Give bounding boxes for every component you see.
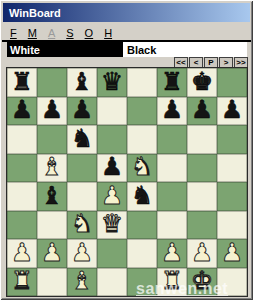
square-f4[interactable] bbox=[157, 182, 187, 211]
black-pawn[interactable]: ♟ bbox=[221, 97, 243, 122]
square-b8[interactable] bbox=[37, 68, 67, 97]
square-b7[interactable]: ♟ bbox=[37, 97, 67, 126]
black-queen[interactable]: ♛ bbox=[101, 69, 123, 94]
black-pawn[interactable]: ♟ bbox=[101, 154, 123, 179]
square-h2[interactable]: ♟ bbox=[217, 239, 247, 268]
square-g7[interactable]: ♟ bbox=[187, 97, 217, 126]
square-c2[interactable]: ♟ bbox=[67, 239, 97, 268]
square-b6[interactable] bbox=[37, 125, 67, 154]
menu-item-a[interactable]: A bbox=[48, 27, 55, 39]
square-f8[interactable]: ♜ bbox=[157, 68, 187, 97]
black-rook[interactable]: ♜ bbox=[11, 69, 33, 94]
square-f2[interactable]: ♟ bbox=[157, 239, 187, 268]
white-bishop[interactable]: ♝ bbox=[41, 154, 63, 179]
square-a4[interactable] bbox=[7, 182, 37, 211]
black-king[interactable]: ♚ bbox=[191, 69, 213, 94]
white-knight[interactable]: ♞ bbox=[131, 154, 153, 179]
square-b3[interactable] bbox=[37, 211, 67, 240]
white-bishop[interactable]: ♝ bbox=[71, 268, 93, 293]
white-pawn[interactable]: ♟ bbox=[101, 183, 123, 208]
white-clock-label: White bbox=[10, 44, 40, 56]
square-g8[interactable]: ♚ bbox=[187, 68, 217, 97]
square-e4[interactable]: ♞ bbox=[127, 182, 157, 211]
square-e5[interactable]: ♞ bbox=[127, 154, 157, 183]
square-h8[interactable] bbox=[217, 68, 247, 97]
square-d5[interactable]: ♟ bbox=[97, 154, 127, 183]
square-a8[interactable]: ♜ bbox=[7, 68, 37, 97]
white-pawn[interactable]: ♟ bbox=[11, 240, 33, 265]
square-h3[interactable] bbox=[217, 211, 247, 240]
black-knight[interactable]: ♞ bbox=[131, 183, 153, 208]
white-pawn[interactable]: ♟ bbox=[41, 240, 63, 265]
square-g1[interactable]: ♚ bbox=[187, 268, 217, 297]
square-b4[interactable]: ♝ bbox=[37, 182, 67, 211]
black-knight[interactable]: ♞ bbox=[71, 126, 93, 151]
square-h5[interactable] bbox=[217, 154, 247, 183]
square-f1[interactable]: ♜ bbox=[157, 268, 187, 297]
menu-bar: FMASOH bbox=[10, 25, 123, 40]
white-rook[interactable]: ♜ bbox=[161, 268, 183, 293]
square-b2[interactable]: ♟ bbox=[37, 239, 67, 268]
square-c6[interactable]: ♞ bbox=[67, 125, 97, 154]
square-e7[interactable] bbox=[127, 97, 157, 126]
white-clock[interactable]: White bbox=[7, 42, 123, 57]
square-e6[interactable] bbox=[127, 125, 157, 154]
square-g2[interactable]: ♟ bbox=[187, 239, 217, 268]
white-pawn[interactable]: ♟ bbox=[191, 240, 213, 265]
white-pawn[interactable]: ♟ bbox=[161, 240, 183, 265]
square-e2[interactable] bbox=[127, 239, 157, 268]
square-d2[interactable] bbox=[97, 239, 127, 268]
clock-strip: White Black bbox=[7, 42, 247, 57]
square-f3[interactable] bbox=[157, 211, 187, 240]
black-bishop[interactable]: ♝ bbox=[41, 183, 63, 208]
square-a6[interactable] bbox=[7, 125, 37, 154]
menu-item-h[interactable]: H bbox=[104, 27, 112, 39]
square-c3[interactable]: ♞ bbox=[67, 211, 97, 240]
square-e3[interactable] bbox=[127, 211, 157, 240]
white-pawn[interactable]: ♟ bbox=[221, 240, 243, 265]
black-pawn[interactable]: ♟ bbox=[191, 97, 213, 122]
square-c5[interactable] bbox=[67, 154, 97, 183]
winboard-window: WinBoard FMASOH White Black <<<P>>> ♜♝♛♜… bbox=[0, 0, 253, 300]
square-f6[interactable] bbox=[157, 125, 187, 154]
black-pawn[interactable]: ♟ bbox=[161, 97, 183, 122]
square-g3[interactable] bbox=[187, 211, 217, 240]
square-e8[interactable] bbox=[127, 68, 157, 97]
square-g4[interactable] bbox=[187, 182, 217, 211]
square-b5[interactable]: ♝ bbox=[37, 154, 67, 183]
square-a3[interactable] bbox=[7, 211, 37, 240]
square-f7[interactable]: ♟ bbox=[157, 97, 187, 126]
square-c1[interactable]: ♝ bbox=[67, 268, 97, 297]
black-bishop[interactable]: ♝ bbox=[71, 69, 93, 94]
square-a7[interactable]: ♟ bbox=[7, 97, 37, 126]
square-h4[interactable] bbox=[217, 182, 247, 211]
square-c7[interactable]: ♟ bbox=[67, 97, 97, 126]
black-pawn[interactable]: ♟ bbox=[71, 97, 93, 122]
square-d6[interactable] bbox=[97, 125, 127, 154]
square-f5[interactable] bbox=[157, 154, 187, 183]
white-rook[interactable]: ♜ bbox=[11, 268, 33, 293]
square-a2[interactable]: ♟ bbox=[7, 239, 37, 268]
square-a5[interactable] bbox=[7, 154, 37, 183]
square-d7[interactable] bbox=[97, 97, 127, 126]
square-e1[interactable] bbox=[127, 268, 157, 297]
square-h1[interactable] bbox=[217, 268, 247, 297]
white-queen[interactable]: ♛ bbox=[101, 211, 123, 236]
square-h7[interactable]: ♟ bbox=[217, 97, 247, 126]
white-king[interactable]: ♚ bbox=[191, 268, 213, 293]
title-bar[interactable]: WinBoard bbox=[3, 3, 250, 22]
square-c8[interactable]: ♝ bbox=[67, 68, 97, 97]
chess-board: ♜♝♛♜♚♟♟♟♟♟♟♞♝♟♞♝♟♞♞♛♟♟♟♟♟♟♜♝♜♚ bbox=[6, 67, 248, 297]
menu-item-m[interactable]: M bbox=[28, 27, 37, 39]
black-pawn[interactable]: ♟ bbox=[41, 97, 63, 122]
square-d8[interactable]: ♛ bbox=[97, 68, 127, 97]
black-pawn[interactable]: ♟ bbox=[11, 97, 33, 122]
menu-item-s[interactable]: S bbox=[66, 27, 73, 39]
menu-item-o[interactable]: O bbox=[85, 27, 94, 39]
square-g6[interactable] bbox=[187, 125, 217, 154]
black-clock-label: Black bbox=[127, 44, 156, 56]
black-rook[interactable]: ♜ bbox=[161, 69, 183, 94]
square-b1[interactable] bbox=[37, 268, 67, 297]
menu-item-f[interactable]: F bbox=[10, 27, 17, 39]
black-clock[interactable]: Black bbox=[123, 42, 247, 57]
square-g5[interactable] bbox=[187, 154, 217, 183]
square-h6[interactable] bbox=[217, 125, 247, 154]
white-pawn[interactable]: ♟ bbox=[71, 240, 93, 265]
window-title: WinBoard bbox=[9, 7, 61, 19]
square-d4[interactable]: ♟ bbox=[97, 182, 127, 211]
square-a1[interactable]: ♜ bbox=[7, 268, 37, 297]
square-d1[interactable] bbox=[97, 268, 127, 297]
square-d3[interactable]: ♛ bbox=[97, 211, 127, 240]
square-c4[interactable] bbox=[67, 182, 97, 211]
white-knight[interactable]: ♞ bbox=[71, 211, 93, 236]
